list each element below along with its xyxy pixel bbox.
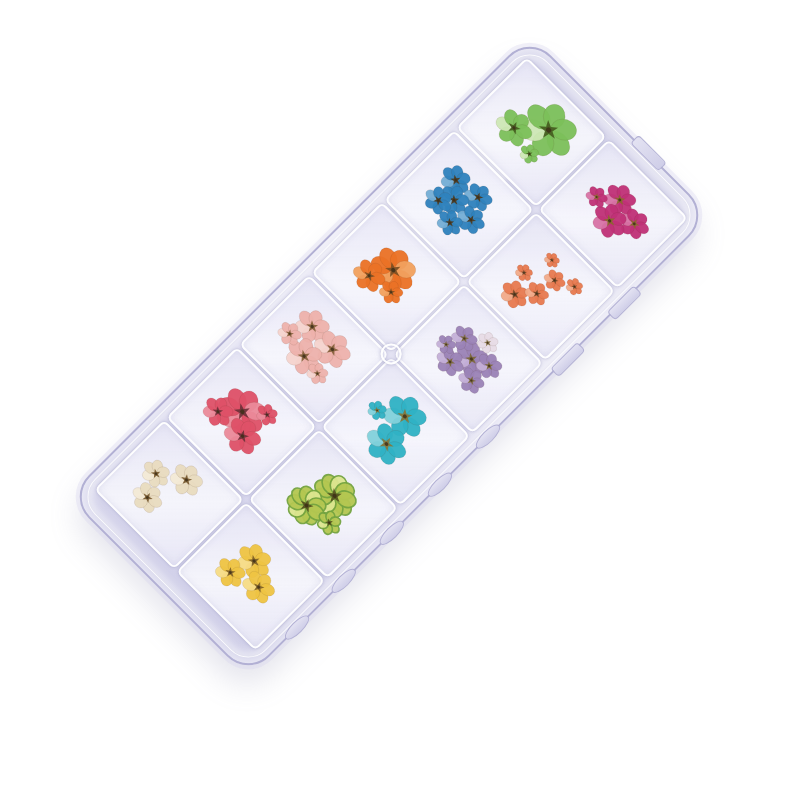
product-photo — [0, 0, 800, 800]
flower-box — [67, 34, 710, 677]
